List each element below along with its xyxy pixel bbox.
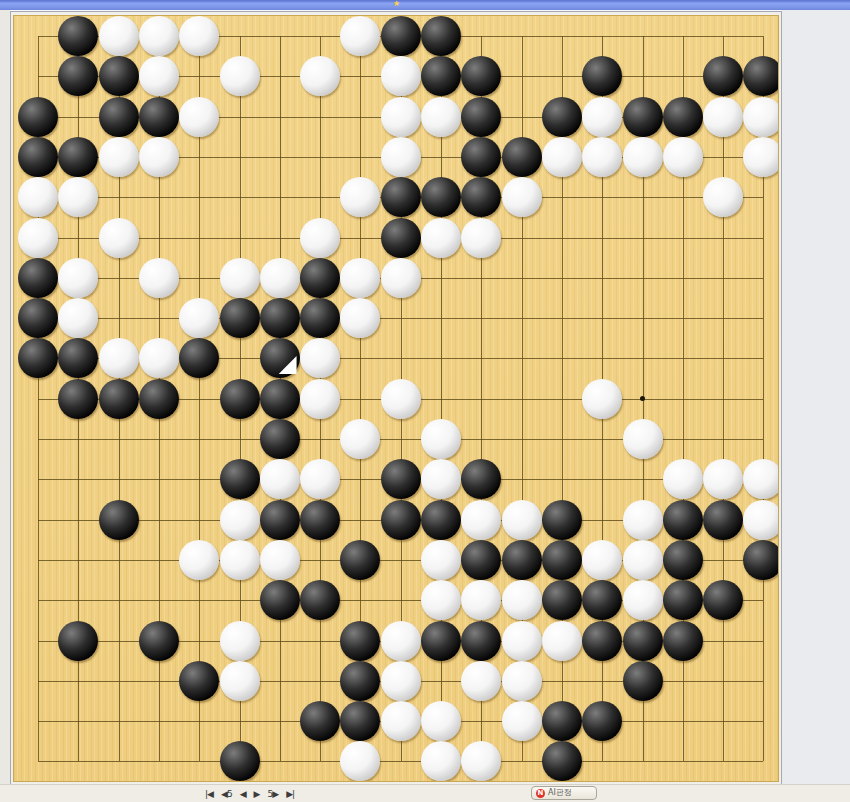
white-stone — [623, 500, 663, 540]
white-stone — [461, 661, 501, 701]
white-stone — [663, 137, 703, 177]
white-stone — [623, 137, 663, 177]
white-stone — [179, 540, 219, 580]
white-stone — [421, 701, 461, 741]
black-stone — [461, 56, 501, 96]
white-stone — [461, 218, 501, 258]
app-window: ★ |◀◀5◀▶5▶▶| N AI판정 — [0, 0, 850, 802]
black-stone — [542, 500, 582, 540]
black-stone — [461, 177, 501, 217]
black-stone — [421, 621, 461, 661]
black-stone — [461, 137, 501, 177]
bottom-toolbar: |◀◀5◀▶5▶▶| N AI판정 — [0, 784, 850, 802]
black-stone — [58, 379, 98, 419]
white-stone — [623, 419, 663, 459]
black-stone — [381, 500, 421, 540]
white-stone — [340, 419, 380, 459]
white-stone — [340, 741, 380, 781]
black-stone — [663, 621, 703, 661]
white-stone — [461, 741, 501, 781]
black-stone — [381, 218, 421, 258]
white-stone — [381, 379, 421, 419]
white-stone — [300, 338, 340, 378]
black-stone — [260, 338, 300, 378]
black-stone — [542, 540, 582, 580]
black-stone — [421, 56, 461, 96]
white-stone — [220, 500, 260, 540]
black-stone — [542, 580, 582, 620]
move-nav-controls: |◀◀5◀▶5▶▶| — [205, 789, 294, 800]
black-stone — [663, 500, 703, 540]
white-stone — [421, 218, 461, 258]
white-stone — [300, 379, 340, 419]
black-stone — [139, 379, 179, 419]
black-stone — [502, 540, 542, 580]
white-stone — [18, 218, 58, 258]
white-stone — [99, 16, 139, 56]
black-stone — [743, 56, 779, 96]
white-stone — [743, 97, 779, 137]
black-stone — [703, 500, 743, 540]
black-stone — [300, 701, 340, 741]
nav-back-button[interactable]: ◀ — [240, 789, 246, 800]
white-stone — [582, 379, 622, 419]
white-stone — [743, 459, 779, 499]
white-stone — [58, 298, 98, 338]
black-stone — [58, 137, 98, 177]
go-board[interactable] — [13, 15, 779, 782]
white-stone — [743, 137, 779, 177]
black-stone — [18, 298, 58, 338]
white-stone — [381, 621, 421, 661]
white-stone — [582, 97, 622, 137]
white-stone — [99, 137, 139, 177]
black-stone — [461, 540, 501, 580]
black-stone — [542, 701, 582, 741]
black-stone — [260, 379, 300, 419]
black-stone — [260, 298, 300, 338]
black-stone — [381, 16, 421, 56]
white-stone — [300, 218, 340, 258]
white-stone — [340, 16, 380, 56]
white-stone — [381, 137, 421, 177]
black-stone — [99, 56, 139, 96]
white-stone — [220, 621, 260, 661]
white-stone — [340, 298, 380, 338]
black-stone — [421, 500, 461, 540]
white-stone — [340, 258, 380, 298]
black-stone — [220, 379, 260, 419]
white-stone — [502, 621, 542, 661]
white-stone — [703, 459, 743, 499]
white-stone — [743, 500, 779, 540]
white-stone — [99, 218, 139, 258]
white-stone — [381, 97, 421, 137]
black-stone — [582, 701, 622, 741]
ai-badge-label: AI판정 — [548, 787, 572, 799]
nav-forward-button[interactable]: ▶ — [254, 789, 260, 800]
black-stone — [18, 258, 58, 298]
black-stone — [18, 137, 58, 177]
black-stone — [58, 56, 98, 96]
black-stone — [582, 621, 622, 661]
white-stone — [421, 540, 461, 580]
black-stone — [99, 379, 139, 419]
nav-forward-5-button[interactable]: 5▶ — [267, 789, 278, 800]
white-stone — [58, 177, 98, 217]
white-stone — [502, 177, 542, 217]
last-move-marker — [278, 356, 296, 374]
white-stone — [220, 540, 260, 580]
white-stone — [421, 459, 461, 499]
grid-line — [38, 761, 763, 762]
white-stone — [260, 258, 300, 298]
white-stone — [381, 258, 421, 298]
star-icon: ★ — [393, 0, 400, 9]
black-stone — [220, 459, 260, 499]
title-bar: ★ — [0, 0, 850, 11]
white-stone — [502, 500, 542, 540]
white-stone — [502, 580, 542, 620]
n-logo-icon: N — [536, 789, 545, 798]
white-stone — [139, 137, 179, 177]
white-stone — [381, 661, 421, 701]
white-stone — [139, 258, 179, 298]
white-stone — [502, 701, 542, 741]
white-stone — [663, 459, 703, 499]
black-stone — [340, 661, 380, 701]
black-stone — [743, 540, 779, 580]
black-stone — [542, 741, 582, 781]
black-stone — [461, 459, 501, 499]
black-stone — [139, 97, 179, 137]
black-stone — [461, 621, 501, 661]
nav-back-5-button[interactable]: ◀5 — [221, 789, 232, 800]
black-stone — [542, 97, 582, 137]
white-stone — [300, 459, 340, 499]
white-stone — [582, 540, 622, 580]
black-stone — [179, 661, 219, 701]
star-point — [640, 396, 645, 401]
black-stone — [582, 56, 622, 96]
white-stone — [542, 621, 582, 661]
black-stone — [58, 621, 98, 661]
white-stone — [502, 661, 542, 701]
white-stone — [542, 137, 582, 177]
white-stone — [220, 258, 260, 298]
white-stone — [340, 177, 380, 217]
white-stone — [260, 540, 300, 580]
white-stone — [582, 137, 622, 177]
black-stone — [18, 338, 58, 378]
black-stone — [703, 56, 743, 96]
black-stone — [260, 500, 300, 540]
black-stone — [623, 661, 663, 701]
white-stone — [220, 661, 260, 701]
right-panel — [782, 10, 850, 802]
white-stone — [179, 97, 219, 137]
ai-judge-button[interactable]: N AI판정 — [531, 786, 597, 800]
white-stone — [421, 741, 461, 781]
white-stone — [623, 540, 663, 580]
nav-first-button[interactable]: |◀ — [205, 789, 213, 800]
white-stone — [139, 338, 179, 378]
white-stone — [703, 97, 743, 137]
black-stone — [220, 741, 260, 781]
white-stone — [179, 16, 219, 56]
black-stone — [381, 459, 421, 499]
white-stone — [139, 16, 179, 56]
black-stone — [300, 500, 340, 540]
black-stone — [18, 97, 58, 137]
nav-last-button[interactable]: ▶| — [286, 789, 294, 800]
black-stone — [300, 258, 340, 298]
black-stone — [58, 16, 98, 56]
black-stone — [300, 580, 340, 620]
black-stone — [99, 500, 139, 540]
white-stone — [461, 580, 501, 620]
black-stone — [703, 580, 743, 620]
black-stone — [381, 177, 421, 217]
black-stone — [623, 621, 663, 661]
black-stone — [99, 97, 139, 137]
black-stone — [58, 338, 98, 378]
black-stone — [421, 16, 461, 56]
black-stone — [340, 701, 380, 741]
white-stone — [421, 97, 461, 137]
white-stone — [260, 459, 300, 499]
white-stone — [58, 258, 98, 298]
black-stone — [582, 580, 622, 620]
black-stone — [220, 298, 260, 338]
black-stone — [663, 97, 703, 137]
white-stone — [300, 56, 340, 96]
white-stone — [99, 338, 139, 378]
white-stone — [220, 56, 260, 96]
white-stone — [18, 177, 58, 217]
grid-line — [723, 36, 724, 761]
white-stone — [139, 56, 179, 96]
white-stone — [381, 56, 421, 96]
black-stone — [179, 338, 219, 378]
white-stone — [461, 500, 501, 540]
black-stone — [461, 97, 501, 137]
black-stone — [340, 621, 380, 661]
white-stone — [623, 580, 663, 620]
white-stone — [381, 701, 421, 741]
black-stone — [663, 540, 703, 580]
white-stone — [421, 419, 461, 459]
black-stone — [421, 177, 461, 217]
black-stone — [300, 298, 340, 338]
black-stone — [340, 540, 380, 580]
black-stone — [260, 419, 300, 459]
left-panel-strip — [0, 10, 10, 802]
black-stone — [623, 97, 663, 137]
white-stone — [421, 580, 461, 620]
white-stone — [179, 298, 219, 338]
white-stone — [703, 177, 743, 217]
black-stone — [260, 580, 300, 620]
black-stone — [663, 580, 703, 620]
black-stone — [502, 137, 542, 177]
black-stone — [139, 621, 179, 661]
